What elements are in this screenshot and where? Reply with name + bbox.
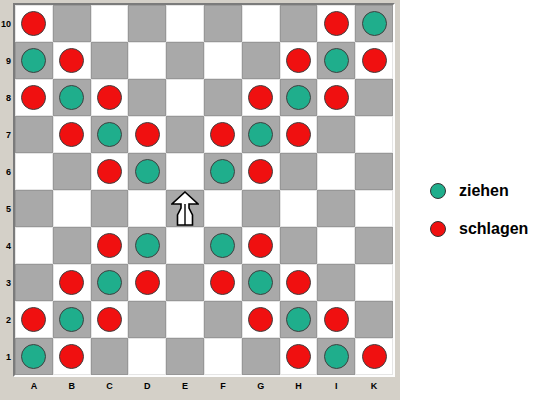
square-H9[interactable] — [280, 42, 318, 79]
col-label-G: G — [242, 381, 280, 391]
square-B2[interactable] — [53, 301, 91, 338]
square-K4[interactable] — [355, 227, 393, 264]
square-F10[interactable] — [204, 5, 242, 42]
square-K9[interactable] — [355, 42, 393, 79]
square-F4[interactable] — [204, 227, 242, 264]
row-label-10: 10 — [0, 5, 12, 42]
schlagen-marker — [21, 307, 46, 332]
square-C9[interactable] — [91, 42, 129, 79]
square-K10[interactable] — [355, 5, 393, 42]
square-F8[interactable] — [204, 79, 242, 116]
ziehen-disc-icon — [430, 183, 446, 199]
row-label-7: 7 — [0, 116, 12, 153]
square-A4[interactable] — [15, 227, 53, 264]
square-G10[interactable] — [242, 5, 280, 42]
square-D5[interactable] — [128, 190, 166, 227]
square-K1[interactable] — [355, 338, 393, 375]
ziehen-marker — [248, 270, 273, 295]
square-I6[interactable] — [317, 153, 355, 190]
row-label-4: 4 — [0, 227, 12, 264]
ziehen-marker — [324, 48, 349, 73]
square-B8[interactable] — [53, 79, 91, 116]
square-B5[interactable] — [53, 190, 91, 227]
schlagen-marker — [248, 85, 273, 110]
schlagen-marker — [59, 270, 84, 295]
schlagen-marker — [59, 122, 84, 147]
ziehen-marker — [59, 307, 84, 332]
square-H3[interactable] — [280, 264, 318, 301]
square-F7[interactable] — [204, 116, 242, 153]
square-I5[interactable] — [317, 190, 355, 227]
square-F9[interactable] — [204, 42, 242, 79]
schlagen-marker — [286, 122, 311, 147]
square-C7[interactable] — [91, 116, 129, 153]
game-board — [13, 3, 395, 377]
col-label-H: H — [280, 381, 318, 391]
square-D3[interactable] — [128, 264, 166, 301]
square-C4[interactable] — [91, 227, 129, 264]
square-K5[interactable] — [355, 190, 393, 227]
col-label-K: K — [355, 381, 393, 391]
legend-label-ziehen: ziehen — [459, 182, 509, 200]
square-B3[interactable] — [53, 264, 91, 301]
square-A3[interactable] — [15, 264, 53, 301]
square-B1[interactable] — [53, 338, 91, 375]
schlagen-marker — [135, 122, 160, 147]
row-label-1: 1 — [0, 338, 12, 375]
square-A8[interactable] — [15, 79, 53, 116]
square-C8[interactable] — [91, 79, 129, 116]
legend: ziehen schlagen — [430, 182, 528, 258]
ziehen-marker — [210, 233, 235, 258]
legend-item-schlagen: schlagen — [430, 220, 528, 238]
square-G1[interactable] — [242, 338, 280, 375]
row-labels: 10987654321 — [0, 5, 12, 375]
square-G8[interactable] — [242, 79, 280, 116]
square-H6[interactable] — [280, 153, 318, 190]
square-D9[interactable] — [128, 42, 166, 79]
col-label-A: A — [15, 381, 53, 391]
square-A5[interactable] — [15, 190, 53, 227]
square-G7[interactable] — [242, 116, 280, 153]
square-C5[interactable] — [91, 190, 129, 227]
row-label-5: 5 — [0, 190, 12, 227]
ziehen-marker — [324, 344, 349, 369]
mover-arrow-icon — [171, 191, 199, 227]
square-D10[interactable] — [128, 5, 166, 42]
col-label-B: B — [53, 381, 91, 391]
square-B7[interactable] — [53, 116, 91, 153]
square-B4[interactable] — [53, 227, 91, 264]
schlagen-marker — [97, 307, 122, 332]
row-label-9: 9 — [0, 42, 12, 79]
square-C3[interactable] — [91, 264, 129, 301]
square-D8[interactable] — [128, 79, 166, 116]
ziehen-marker — [286, 307, 311, 332]
square-F6[interactable] — [204, 153, 242, 190]
square-C2[interactable] — [91, 301, 129, 338]
square-E7[interactable] — [166, 116, 204, 153]
square-G2[interactable] — [242, 301, 280, 338]
square-D6[interactable] — [128, 153, 166, 190]
column-labels: ABCDEFGHIK — [15, 381, 393, 391]
square-A1[interactable] — [15, 338, 53, 375]
square-A6[interactable] — [15, 153, 53, 190]
square-E1[interactable] — [166, 338, 204, 375]
square-C6[interactable] — [91, 153, 129, 190]
row-label-6: 6 — [0, 153, 12, 190]
square-E4[interactable] — [166, 227, 204, 264]
ziehen-marker — [362, 11, 387, 36]
ziehen-marker — [97, 122, 122, 147]
col-label-C: C — [91, 381, 129, 391]
square-F2[interactable] — [204, 301, 242, 338]
schlagen-disc-icon — [430, 221, 446, 237]
square-I3[interactable] — [317, 264, 355, 301]
square-C10[interactable] — [91, 5, 129, 42]
square-K3[interactable] — [355, 264, 393, 301]
schlagen-marker — [286, 270, 311, 295]
square-G6[interactable] — [242, 153, 280, 190]
square-H8[interactable] — [280, 79, 318, 116]
schlagen-marker — [324, 307, 349, 332]
ziehen-marker — [21, 48, 46, 73]
ziehen-marker — [135, 233, 160, 258]
square-E9[interactable] — [166, 42, 204, 79]
square-K2[interactable] — [355, 301, 393, 338]
legend-item-ziehen: ziehen — [430, 182, 528, 200]
square-K7[interactable] — [355, 116, 393, 153]
schlagen-marker — [362, 48, 387, 73]
square-H5[interactable] — [280, 190, 318, 227]
col-label-D: D — [128, 381, 166, 391]
schlagen-marker — [286, 344, 311, 369]
square-F1[interactable] — [204, 338, 242, 375]
legend-label-schlagen: schlagen — [459, 220, 528, 238]
schlagen-marker — [324, 85, 349, 110]
square-B10[interactable] — [53, 5, 91, 42]
square-A9[interactable] — [15, 42, 53, 79]
ziehen-marker — [248, 122, 273, 147]
ziehen-marker — [286, 85, 311, 110]
square-I7[interactable] — [317, 116, 355, 153]
square-D2[interactable] — [128, 301, 166, 338]
square-A10[interactable] — [15, 5, 53, 42]
square-K8[interactable] — [355, 79, 393, 116]
square-F3[interactable] — [204, 264, 242, 301]
square-K6[interactable] — [355, 153, 393, 190]
square-G9[interactable] — [242, 42, 280, 79]
col-label-I: I — [317, 381, 355, 391]
square-G3[interactable] — [242, 264, 280, 301]
square-H2[interactable] — [280, 301, 318, 338]
ziehen-marker — [59, 85, 84, 110]
schlagen-marker — [362, 344, 387, 369]
square-E6[interactable] — [166, 153, 204, 190]
square-G4[interactable] — [242, 227, 280, 264]
col-label-E: E — [166, 381, 204, 391]
schlagen-marker — [21, 85, 46, 110]
schlagen-marker — [210, 122, 235, 147]
square-I4[interactable] — [317, 227, 355, 264]
schlagen-marker — [59, 48, 84, 73]
square-F5[interactable] — [204, 190, 242, 227]
square-E8[interactable] — [166, 79, 204, 116]
square-D4[interactable] — [128, 227, 166, 264]
square-I10[interactable] — [317, 5, 355, 42]
square-E3[interactable] — [166, 264, 204, 301]
schlagen-marker — [97, 233, 122, 258]
col-label-F: F — [204, 381, 242, 391]
square-B6[interactable] — [53, 153, 91, 190]
ziehen-marker — [135, 159, 160, 184]
square-C1[interactable] — [91, 338, 129, 375]
schlagen-marker — [97, 85, 122, 110]
square-B9[interactable] — [53, 42, 91, 79]
schlagen-marker — [59, 344, 84, 369]
schlagen-marker — [324, 11, 349, 36]
row-label-2: 2 — [0, 301, 12, 338]
square-A7[interactable] — [15, 116, 53, 153]
ziehen-marker — [21, 344, 46, 369]
row-label-8: 8 — [0, 79, 12, 116]
square-I9[interactable] — [317, 42, 355, 79]
schlagen-marker — [248, 307, 273, 332]
square-H4[interactable] — [280, 227, 318, 264]
schlagen-marker — [286, 48, 311, 73]
square-H10[interactable] — [280, 5, 318, 42]
schlagen-marker — [135, 270, 160, 295]
ziehen-marker — [97, 270, 122, 295]
schlagen-marker — [210, 270, 235, 295]
square-E5[interactable] — [166, 190, 204, 227]
square-E2[interactable] — [166, 301, 204, 338]
square-I1[interactable] — [317, 338, 355, 375]
schlagen-marker — [21, 11, 46, 36]
square-I2[interactable] — [317, 301, 355, 338]
schlagen-marker — [248, 233, 273, 258]
square-D7[interactable] — [128, 116, 166, 153]
schlagen-marker — [97, 159, 122, 184]
square-H7[interactable] — [280, 116, 318, 153]
ziehen-marker — [210, 159, 235, 184]
board-panel: 10987654321 ABCDEFGHIK — [0, 0, 400, 400]
square-H1[interactable] — [280, 338, 318, 375]
row-label-3: 3 — [0, 264, 12, 301]
square-E10[interactable] — [166, 5, 204, 42]
square-G5[interactable] — [242, 190, 280, 227]
square-I8[interactable] — [317, 79, 355, 116]
schlagen-marker — [248, 159, 273, 184]
square-A2[interactable] — [15, 301, 53, 338]
square-D1[interactable] — [128, 338, 166, 375]
